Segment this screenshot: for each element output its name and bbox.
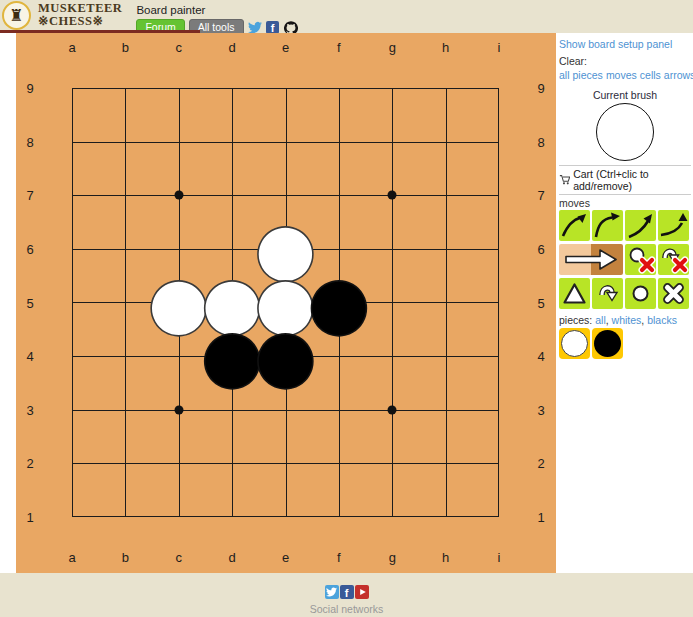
rank-label-left: 8	[26, 134, 33, 149]
pieces-blacks-link[interactable]: blacks	[647, 314, 677, 326]
file-label-top: i	[498, 40, 501, 55]
current-brush-label: Current brush	[559, 89, 691, 101]
move-tile-circle-marker[interactable]	[625, 278, 656, 309]
move-tile-white-arrow-marker[interactable]	[592, 278, 623, 309]
file-label-top: g	[389, 40, 396, 55]
rank-label-left: 1	[26, 510, 33, 525]
move-tile-arrow-curve-rise[interactable]	[592, 210, 623, 241]
cart-icon	[559, 173, 570, 186]
rank-label-right: 4	[537, 349, 544, 364]
rank-label-left: 5	[26, 295, 33, 310]
pieces-whites-link[interactable]: whites	[612, 314, 642, 326]
pieces-all-link[interactable]: all	[595, 314, 606, 326]
brand-wordmark: Musketeer ※Chess※	[38, 2, 122, 28]
black-stone-d4[interactable]: ●	[205, 328, 258, 382]
file-label-bottom: b	[122, 550, 129, 565]
page-footer: f Social networks	[0, 573, 693, 617]
brand-line2: ※Chess※	[38, 15, 122, 28]
clear-controls: Clear: allpiecesmovescellsarrows	[559, 54, 691, 82]
file-label-bottom: h	[442, 550, 449, 565]
file-label-top: c	[176, 40, 183, 55]
page-title: Board painter	[136, 4, 297, 16]
stone-grid: ●●●●●●●	[45, 61, 525, 544]
move-tile-arrow-curve-up[interactable]	[658, 210, 689, 241]
pieces-label: pieces:	[559, 314, 592, 326]
move-tile-remove-circle[interactable]	[625, 244, 656, 275]
rank-label-right: 8	[537, 134, 544, 149]
facebook-icon[interactable]: f	[340, 585, 354, 599]
cart-row[interactable]: Cart (Ctrl+clic to add/remove)	[559, 165, 691, 195]
social-networks-link[interactable]: Social networks	[310, 603, 384, 615]
move-tile-slide-arrow[interactable]	[559, 244, 623, 275]
rank-label-left: 4	[26, 349, 33, 364]
file-label-top: b	[122, 40, 129, 55]
clear-label: Clear:	[559, 55, 587, 67]
left-gutter	[0, 33, 16, 573]
file-label-top: d	[229, 40, 236, 55]
rank-label-right: 1	[537, 510, 544, 525]
chess-piece-logo-icon: ♜	[9, 8, 23, 24]
rank-label-right: 2	[537, 456, 544, 471]
move-tile-arrow-curve-steep[interactable]	[625, 210, 656, 241]
rank-label-right: 6	[537, 241, 544, 256]
rank-label-right: 7	[537, 188, 544, 203]
clear-pieces-link[interactable]: pieces	[573, 69, 603, 81]
rank-label-left: 7	[26, 188, 33, 203]
white-stone-brush[interactable]	[559, 328, 590, 359]
rank-label-right: 5	[537, 295, 544, 310]
file-label-bottom: c	[176, 550, 183, 565]
move-tile-triangle-marker[interactable]	[559, 278, 590, 309]
clear-moves-link[interactable]: moves	[606, 69, 637, 81]
rank-label-right: 3	[537, 402, 544, 417]
rank-label-left: 3	[26, 402, 33, 417]
black-stone-e4[interactable]: ●	[259, 328, 312, 382]
moves-label: moves	[559, 197, 691, 209]
black-stone-brush[interactable]	[592, 328, 623, 359]
pieces-controls: pieces: all, whites, blacks	[559, 314, 691, 326]
file-label-bottom: e	[282, 550, 289, 565]
clear-arrows-link[interactable]: arrows	[664, 69, 693, 81]
piece-brush-tiles	[559, 328, 691, 359]
file-label-top: f	[337, 40, 341, 55]
move-brush-tiles	[559, 210, 691, 309]
black-stone-f5[interactable]: ●	[312, 275, 365, 329]
cart-label: Cart (Ctrl+clic to add/remove)	[573, 168, 691, 192]
file-label-bottom: g	[389, 550, 396, 565]
board-painter-page: ♜ Musketeer ※Chess※ Board painter Forum …	[0, 0, 693, 617]
rank-label-right: 9	[537, 81, 544, 96]
twitter-icon[interactable]	[325, 585, 339, 599]
file-label-bottom: d	[229, 550, 236, 565]
file-label-top: e	[282, 40, 289, 55]
clear-cells-link[interactable]: cells	[640, 69, 661, 81]
youtube-icon[interactable]	[355, 585, 369, 599]
white-stone-icon	[561, 330, 588, 357]
clear-all-link[interactable]: all	[559, 69, 570, 81]
move-tile-remove-arrow[interactable]	[658, 244, 689, 275]
file-label-bottom: i	[498, 550, 501, 565]
white-stone-c5[interactable]: ●	[152, 275, 205, 329]
rank-label-left: 6	[26, 241, 33, 256]
move-tile-arrow-curve-flat[interactable]	[559, 210, 590, 241]
file-label-bottom: f	[337, 550, 341, 565]
file-label-bottom: a	[68, 550, 75, 565]
black-stone-icon	[594, 330, 621, 357]
rank-label-left: 9	[26, 81, 33, 96]
rank-label-left: 2	[26, 456, 33, 471]
file-label-top: a	[68, 40, 75, 55]
file-label-top: h	[442, 40, 449, 55]
tools-sidebar: Show board setup panel Clear: allpiecesm…	[556, 33, 693, 573]
app-header: ♜ Musketeer ※Chess※ Board painter Forum …	[0, 0, 693, 33]
go-board[interactable]: aabbccddeeffgghhii998877665544332211 ●●●…	[16, 33, 556, 573]
show-board-setup-link[interactable]: Show board setup panel	[559, 38, 672, 50]
musketeer-chess-logo[interactable]: ♜	[2, 1, 31, 30]
current-brush-preview[interactable]	[596, 103, 654, 161]
move-tile-cross-marker[interactable]	[658, 278, 689, 309]
